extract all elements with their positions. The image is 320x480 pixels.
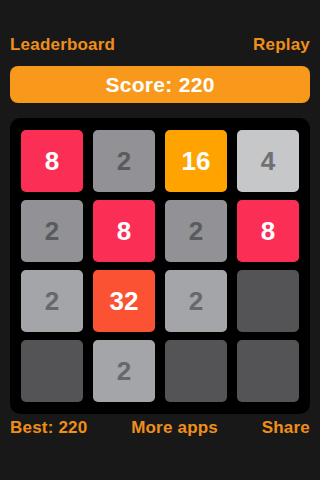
empty-cell: [237, 340, 299, 402]
replay-button[interactable]: Replay: [253, 35, 310, 55]
bottom-bar: Best: 220 More apps Share: [10, 418, 310, 438]
board[interactable]: 82164282823222: [10, 118, 310, 414]
tile-2: 2: [21, 270, 83, 332]
top-nav: Leaderboard Replay: [10, 35, 310, 55]
tile-8: 8: [93, 200, 155, 262]
tile-2: 2: [93, 130, 155, 192]
tile-8: 8: [21, 130, 83, 192]
best-score-label: Best: 220: [10, 418, 87, 438]
tile-2: 2: [93, 340, 155, 402]
more-apps-button[interactable]: More apps: [131, 418, 218, 438]
leaderboard-button[interactable]: Leaderboard: [10, 35, 115, 55]
tile-8: 8: [237, 200, 299, 262]
game-screen: Leaderboard Replay Score: 220 8216428282…: [0, 0, 320, 480]
empty-cell: [21, 340, 83, 402]
empty-cell: [237, 270, 299, 332]
empty-cell: [165, 340, 227, 402]
share-button[interactable]: Share: [262, 418, 310, 438]
tile-2: 2: [165, 270, 227, 332]
tile-32: 32: [93, 270, 155, 332]
tile-2: 2: [165, 200, 227, 262]
score-banner: Score: 220: [10, 66, 310, 103]
tile-16: 16: [165, 130, 227, 192]
tile-4: 4: [237, 130, 299, 192]
tile-2: 2: [21, 200, 83, 262]
